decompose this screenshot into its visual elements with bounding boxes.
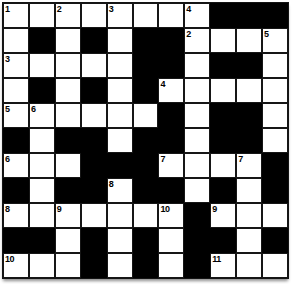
block-cell [184, 253, 210, 278]
grid-cell[interactable]: 6 [29, 103, 55, 128]
block-cell [55, 128, 81, 153]
grid-cell[interactable]: 11 [210, 253, 236, 278]
block-cell [133, 78, 159, 103]
block-cell [3, 128, 29, 153]
crossword-page: 12342534566778891091011 [0, 0, 300, 284]
grid-cell[interactable] [107, 103, 133, 128]
block-cell [158, 28, 184, 53]
block-cell [81, 228, 107, 253]
grid-cell[interactable] [55, 28, 81, 53]
block-cell [262, 153, 288, 178]
grid-cell[interactable] [29, 178, 55, 203]
grid-cell[interactable]: 8 [107, 178, 133, 203]
grid-cell[interactable] [55, 153, 81, 178]
clue-number: 11 [212, 254, 221, 264]
grid-cell[interactable] [3, 28, 29, 53]
block-cell [81, 128, 107, 153]
grid-cell[interactable]: 2 [184, 28, 210, 53]
block-cell [158, 53, 184, 78]
clue-number: 6 [5, 154, 10, 164]
grid-cell[interactable] [236, 228, 262, 253]
grid-cell[interactable] [107, 228, 133, 253]
grid-cell[interactable]: 6 [3, 153, 29, 178]
grid-cell[interactable] [210, 153, 236, 178]
grid-cell[interactable] [29, 128, 55, 153]
grid-cell[interactable] [236, 28, 262, 53]
grid-cell[interactable]: 5 [262, 28, 288, 53]
grid-cell[interactable] [81, 3, 107, 28]
block-cell [158, 128, 184, 153]
block-cell [133, 128, 159, 153]
block-cell [133, 28, 159, 53]
clue-number: 3 [109, 4, 114, 14]
grid-cell[interactable] [29, 253, 55, 278]
grid-cell[interactable] [55, 78, 81, 103]
grid-cell[interactable] [81, 103, 107, 128]
grid-cell[interactable] [133, 203, 159, 228]
grid-cell[interactable] [107, 203, 133, 228]
block-cell [29, 28, 55, 53]
block-cell [210, 103, 236, 128]
grid-cell[interactable] [29, 153, 55, 178]
grid-cell[interactable] [107, 28, 133, 53]
block-cell [133, 53, 159, 78]
block-cell [210, 53, 236, 78]
grid-cell[interactable] [107, 53, 133, 78]
clue-number: 1 [5, 4, 10, 14]
clue-number: 8 [5, 204, 10, 214]
grid-cell[interactable]: 5 [3, 103, 29, 128]
grid-cell[interactable] [133, 3, 159, 28]
grid-cell[interactable] [184, 103, 210, 128]
block-cell [184, 228, 210, 253]
grid-cell[interactable] [29, 3, 55, 28]
grid-cell[interactable]: 7 [158, 153, 184, 178]
grid-cell[interactable]: 2 [55, 3, 81, 28]
grid-cell[interactable] [184, 128, 210, 153]
grid-cell[interactable] [236, 78, 262, 103]
block-cell [236, 3, 262, 28]
clue-number: 5 [5, 104, 10, 114]
grid-cell[interactable] [133, 103, 159, 128]
crossword-board: 12342534566778891091011 [2, 2, 289, 279]
clue-number: 4 [186, 4, 191, 14]
grid-cell[interactable]: 4 [158, 78, 184, 103]
block-cell [3, 228, 29, 253]
block-cell [210, 3, 236, 28]
grid-cell[interactable] [55, 103, 81, 128]
grid-cell[interactable] [262, 103, 288, 128]
clue-number: 7 [238, 154, 243, 164]
block-cell [262, 3, 288, 28]
grid-cell[interactable]: 8 [3, 203, 29, 228]
grid-cell[interactable]: 1 [3, 3, 29, 28]
grid-cell[interactable] [236, 178, 262, 203]
grid-cell[interactable]: 9 [55, 203, 81, 228]
grid-cell[interactable] [107, 78, 133, 103]
clue-number: 10 [160, 204, 169, 214]
block-cell [158, 178, 184, 203]
grid-cell[interactable] [262, 253, 288, 278]
block-cell [81, 78, 107, 103]
block-cell [107, 153, 133, 178]
block-cell [81, 253, 107, 278]
grid-cell[interactable] [107, 128, 133, 153]
clue-number: 6 [31, 104, 36, 114]
block-cell [236, 103, 262, 128]
grid-cell[interactable] [29, 53, 55, 78]
grid-cell[interactable] [184, 153, 210, 178]
grid-cell[interactable]: 3 [3, 53, 29, 78]
grid-cell[interactable] [55, 53, 81, 78]
grid-cell[interactable]: 7 [236, 153, 262, 178]
block-cell [81, 153, 107, 178]
block-cell [158, 103, 184, 128]
grid-cell[interactable] [107, 253, 133, 278]
block-cell [236, 53, 262, 78]
block-cell [210, 128, 236, 153]
clue-number: 9 [212, 204, 217, 214]
grid-cell[interactable] [55, 253, 81, 278]
grid-cell[interactable] [236, 253, 262, 278]
block-cell [133, 153, 159, 178]
grid-cell[interactable]: 10 [3, 253, 29, 278]
block-cell [133, 253, 159, 278]
grid-cell[interactable] [3, 78, 29, 103]
grid-cell[interactable] [158, 253, 184, 278]
grid-cell[interactable]: 10 [158, 203, 184, 228]
grid-cell[interactable] [262, 203, 288, 228]
clue-number: 8 [109, 179, 114, 189]
grid-cell[interactable] [55, 228, 81, 253]
grid-cell[interactable] [236, 203, 262, 228]
clue-number: 2 [57, 4, 62, 14]
block-cell [81, 178, 107, 203]
block-cell [210, 178, 236, 203]
grid-cell[interactable] [184, 53, 210, 78]
grid-cell[interactable] [262, 78, 288, 103]
grid-cell[interactable] [29, 203, 55, 228]
grid-cell[interactable] [210, 28, 236, 53]
clue-number: 4 [160, 79, 165, 89]
block-cell [262, 178, 288, 203]
clue-number: 3 [5, 54, 10, 64]
block-cell [29, 228, 55, 253]
grid-cell[interactable] [158, 3, 184, 28]
block-cell [184, 203, 210, 228]
clue-number: 5 [264, 29, 269, 39]
clue-number: 9 [57, 204, 62, 214]
block-cell [81, 28, 107, 53]
grid-cell[interactable] [158, 228, 184, 253]
block-cell [133, 228, 159, 253]
grid-cell[interactable]: 4 [184, 3, 210, 28]
block-cell [210, 228, 236, 253]
grid-cell[interactable] [262, 128, 288, 153]
block-cell [29, 78, 55, 103]
block-cell [3, 178, 29, 203]
grid-cell[interactable] [262, 53, 288, 78]
grid-cell[interactable] [81, 53, 107, 78]
grid-cell[interactable]: 3 [107, 3, 133, 28]
block-cell [55, 178, 81, 203]
grid-cell[interactable] [210, 78, 236, 103]
clue-number: 2 [186, 29, 191, 39]
grid-cell[interactable] [81, 203, 107, 228]
clue-number: 10 [5, 254, 14, 264]
block-cell [262, 228, 288, 253]
block-cell [236, 128, 262, 153]
grid-cell[interactable] [184, 178, 210, 203]
clue-number: 7 [160, 154, 165, 164]
block-cell [133, 178, 159, 203]
grid-cell[interactable] [184, 78, 210, 103]
grid-cell[interactable]: 9 [210, 203, 236, 228]
